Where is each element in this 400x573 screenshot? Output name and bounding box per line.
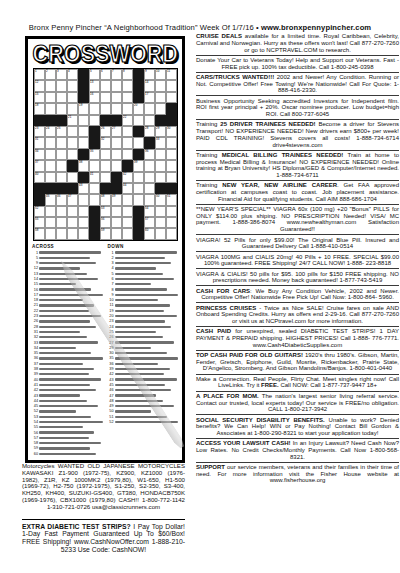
grid-cell[interactable] [45, 160, 56, 171]
clue-text-bar [115, 257, 166, 259]
grid-cell[interactable]: 36 [144, 149, 155, 160]
clue-number: 6 [108, 277, 114, 281]
grid-cell[interactable]: 40 [34, 172, 45, 183]
grid-cell[interactable] [78, 137, 89, 148]
grid-cell[interactable] [89, 160, 100, 171]
bold-text: CRUISE DEALS [196, 33, 242, 39]
text: Donate Your Car to Veterans Today! Help … [196, 57, 399, 70]
cell-number: 55 [35, 217, 38, 220]
classified-ad: CASH PAID for unexpired, sealed DIABETIC… [196, 327, 399, 351]
clue-text-bar [115, 278, 174, 280]
cell-number: 54 [145, 206, 148, 209]
clue-number: 39 [108, 367, 114, 371]
cell-number: 10 [156, 69, 159, 72]
classified-ad: SUPPORT our service members, veterans an… [196, 463, 399, 486]
grid-cell-black [133, 228, 144, 239]
grid-cell[interactable] [155, 92, 166, 103]
grid-cell-black [100, 115, 111, 126]
grid-cell[interactable]: 24 [45, 126, 56, 137]
grid-cell[interactable] [155, 217, 166, 228]
cell-number: 42 [123, 172, 126, 175]
grid-cell[interactable] [56, 172, 67, 183]
grid-cell[interactable] [111, 149, 122, 160]
grid-cell[interactable] [56, 217, 67, 228]
cell-number: 35 [90, 149, 93, 152]
bold-text: TOP CASH PAID FOR OLD GUITARS! [196, 352, 303, 358]
grid-cell[interactable] [89, 183, 100, 194]
grid-cell[interactable] [122, 103, 133, 114]
grid-cell[interactable] [155, 160, 166, 171]
grid-cell[interactable]: 15 [34, 92, 45, 103]
grid-cell[interactable]: 18 [34, 103, 45, 114]
grid-cell[interactable] [166, 206, 177, 217]
grid-cell[interactable]: 38 [78, 160, 89, 171]
grid-cell[interactable] [100, 80, 111, 91]
grid-cell[interactable] [78, 206, 89, 217]
classified-ad: TOP CASH PAID FOR OLD GUITARS! 1920's th… [196, 351, 399, 375]
clue-number: 34 [32, 346, 38, 350]
grid-cell[interactable]: 39 [133, 160, 144, 171]
grid-cell[interactable]: 13 [89, 80, 100, 91]
grid-cell[interactable]: 11 [166, 69, 177, 80]
bold-text: 25 DRIVER TRAINEES NEEDED! [220, 121, 315, 127]
grid-cell[interactable]: 4 [67, 69, 78, 80]
grid-cell-black [78, 69, 89, 80]
clue-number: 9 [32, 261, 38, 265]
cell-number: 47 [68, 194, 71, 197]
clue-text-bar [39, 421, 102, 423]
classified-ad: CRUISE DEALS available for a limited tim… [196, 32, 399, 56]
grid-cell[interactable]: 3 [56, 69, 67, 80]
crossword-box: CROSSWORD 123456789101112131415161718192… [25, 36, 185, 463]
cell-number: 17 [145, 92, 148, 95]
text: Motorcycles WANTED OLD JAPANESE MOTORCYC… [22, 462, 185, 510]
grid-cell[interactable] [166, 160, 177, 171]
clue-number: 2 [108, 256, 114, 260]
cell-number: 58 [35, 228, 38, 231]
grid-cell[interactable]: 6 [100, 69, 111, 80]
grid-cell[interactable] [56, 137, 67, 148]
grid-cell[interactable] [144, 183, 155, 194]
grid-cell-black [67, 160, 78, 171]
grid-cell[interactable] [122, 194, 133, 205]
classified-ad: Training MEDICAL BILLING TRAINEES NEEDED… [196, 151, 399, 181]
grid-cell[interactable] [166, 217, 177, 228]
grid-cell[interactable] [56, 160, 67, 171]
grid-cell[interactable] [67, 206, 78, 217]
bold-text: NEW YEAR, NEW AIRLINE CAREER [222, 182, 337, 188]
grid-cell[interactable] [122, 80, 133, 91]
cell-number: 19 [79, 103, 82, 106]
clue-text-bar [39, 431, 94, 433]
clue-text-bar [39, 378, 101, 380]
grid-cell[interactable]: 22 [122, 115, 133, 126]
grid-cell-black [166, 103, 177, 114]
bold-text: www.bronxpennypincher.com [261, 23, 371, 32]
grid-cell-black [78, 92, 89, 103]
grid-cell-black [89, 137, 100, 148]
grid-cell[interactable] [78, 115, 89, 126]
clue-number: 46 [108, 388, 114, 392]
classified-ad: VIAGRA 100MG and CIALIS 20mg! 40 Pills +… [196, 252, 399, 269]
grid-cell-black [111, 172, 122, 183]
crossword-title: CROSSWORD [33, 41, 178, 67]
grid-cell[interactable] [67, 80, 78, 91]
cell-number: 3 [57, 69, 59, 72]
bold-text: A PLACE FOR MOM. [196, 393, 259, 399]
clue-number: 36 [108, 362, 114, 366]
cell-number: 1 [35, 69, 37, 72]
clue-text-bar [115, 368, 170, 370]
cell-number: 8 [123, 69, 125, 72]
clue-number: 54 [32, 420, 38, 424]
grid-cell-black [45, 183, 56, 194]
bold-text: PRINCESS CRUISES [196, 305, 256, 311]
grid-cell[interactable] [111, 103, 122, 114]
grid-cell[interactable] [67, 217, 78, 228]
grid-cell[interactable] [155, 80, 166, 91]
grid-cell-black [133, 149, 144, 160]
grid-cell[interactable] [45, 80, 56, 91]
grid-cell-black [111, 183, 122, 194]
clue-text-bar [39, 394, 80, 396]
grid-cell[interactable]: 19 [78, 103, 89, 114]
clue-text-bar [39, 267, 80, 269]
grid-cell[interactable] [166, 149, 177, 160]
clue-text-bar [39, 283, 76, 285]
cell-number: 29 [156, 126, 159, 129]
grid-cell[interactable]: 58 [34, 228, 45, 239]
clue-number: 28 [32, 325, 38, 329]
grid-cell[interactable] [144, 194, 155, 205]
grid-cell[interactable] [111, 206, 122, 217]
grid-cell[interactable] [111, 228, 122, 239]
grid-cell[interactable] [111, 137, 122, 148]
clue-number: 7 [108, 282, 114, 286]
clue-number: 58 [32, 441, 38, 445]
clue-text-bar [39, 400, 87, 402]
grid-cell[interactable] [144, 160, 155, 171]
bold-text: CARS/TRUCKS WANTED!!! [196, 74, 274, 80]
grid-cell[interactable] [56, 103, 67, 114]
grid-cell[interactable]: 44 [122, 183, 133, 194]
grid-cell[interactable]: 23 [34, 126, 45, 137]
grid-cell[interactable]: 59 [100, 228, 111, 239]
grid-cell[interactable] [100, 92, 111, 103]
grid-cell[interactable]: 34 [34, 149, 45, 160]
clue-number: 41 [32, 383, 38, 387]
grid-cell[interactable] [111, 160, 122, 171]
grid-cell[interactable] [67, 172, 78, 183]
grid-cell[interactable] [155, 103, 166, 114]
clue-text-bar [115, 363, 159, 365]
clue-text-bar [39, 299, 83, 301]
grid-cell[interactable] [122, 92, 133, 103]
grid-cell[interactable] [155, 149, 166, 160]
clue-number: 44 [32, 399, 38, 403]
grid-cell[interactable] [67, 228, 78, 239]
cell-number: 40 [35, 172, 38, 175]
grid-cell-black [89, 217, 100, 228]
grid-cell[interactable]: 25 [56, 126, 67, 137]
grid-cell[interactable] [155, 228, 166, 239]
clue-text-bar [115, 288, 167, 290]
grid-cell[interactable] [100, 160, 111, 171]
cell-number: 50 [156, 194, 159, 197]
clue-number: 10 [108, 298, 114, 302]
clue-number: 4 [108, 266, 114, 270]
clue-number: 35 [108, 356, 114, 360]
grid-cell[interactable] [89, 115, 100, 126]
grid-cell[interactable]: 53 [100, 206, 111, 217]
crossword-grid: 1234567891011121314151617181920212223242… [33, 68, 178, 241]
grid-cell[interactable]: 2 [45, 69, 56, 80]
text: Bronx Penny Pincher “A Neighborhood Trad… [29, 23, 261, 32]
clue-number: 60 [32, 452, 38, 456]
grid-cell[interactable] [78, 228, 89, 239]
grid-cell[interactable]: 56 [100, 217, 111, 228]
grid-cell[interactable]: 20 [133, 103, 144, 114]
grid-cell[interactable]: 12 [34, 80, 45, 91]
clue-text-bar [115, 273, 163, 275]
grid-cell[interactable]: 16 [89, 92, 100, 103]
grid-cell[interactable]: 29 [155, 126, 166, 137]
cell-number: 36 [145, 149, 148, 152]
cell-number: 38 [79, 160, 82, 163]
grid-cell[interactable]: 1 [34, 69, 45, 80]
clue-number: 59 [32, 446, 38, 450]
grid-cell-black [34, 194, 45, 205]
grid-cell[interactable] [45, 217, 56, 228]
grid-cell[interactable]: 51 [166, 194, 177, 205]
clue-text-bar [39, 251, 101, 253]
cell-number: 57 [145, 217, 148, 220]
grid-cell[interactable]: 27 [111, 126, 122, 137]
grid-cell-black [111, 115, 122, 126]
grid-cell[interactable] [122, 206, 133, 217]
grid-cell[interactable] [67, 149, 78, 160]
masthead: Bronx Penny Pincher “A Neighborhood Trad… [0, 23, 400, 32]
grid-cell[interactable] [133, 194, 144, 205]
grid-cell[interactable]: 10 [155, 69, 166, 80]
grid-cell[interactable] [45, 228, 56, 239]
grid-cell-black [89, 126, 100, 137]
bold-text: EXTRA DIABETIC TEST STRIPS? [22, 523, 131, 530]
grid-cell[interactable] [45, 149, 56, 160]
cell-number: 26 [101, 126, 104, 129]
grid-cell[interactable] [56, 149, 67, 160]
text: VIAGRA & CIALIS! 50 pills for $95. 100 p… [196, 271, 399, 284]
grid-cell-black [155, 115, 166, 126]
grid-cell[interactable]: 55 [34, 217, 45, 228]
clue-number: 18 [32, 298, 38, 302]
grid-cell[interactable]: 46 [56, 194, 67, 205]
grid-cell[interactable] [100, 103, 111, 114]
grid-cell[interactable] [67, 92, 78, 103]
grid-cell[interactable]: 50 [155, 194, 166, 205]
grid-cell[interactable] [166, 137, 177, 148]
grid-cell-black [133, 206, 144, 217]
grid-cell[interactable] [111, 217, 122, 228]
grid-cell[interactable]: 37 [34, 160, 45, 171]
grid-cell[interactable] [78, 126, 89, 137]
bold-text: ACCESS YOUR LAWSUIT CASH! [196, 440, 291, 446]
grid-cell[interactable]: 14 [144, 80, 155, 91]
grid-cell[interactable] [45, 92, 56, 103]
grid-cell[interactable]: 32 [100, 137, 111, 148]
clue-text-bar [39, 405, 98, 407]
grid-cell[interactable]: 28 [144, 126, 155, 137]
grid-cell[interactable] [155, 206, 166, 217]
grid-cell[interactable] [56, 80, 67, 91]
grid-cell[interactable] [56, 92, 67, 103]
clue-text-bar [39, 326, 95, 328]
grid-cell[interactable]: 9 [144, 69, 155, 80]
grid-cell[interactable]: 26 [100, 126, 111, 137]
clue-text-bar [115, 294, 178, 296]
cell-number: 30 [167, 126, 170, 129]
cell-number: 21 [68, 115, 71, 118]
down-label: DOWN [108, 244, 179, 249]
clue-text-bar [115, 320, 166, 322]
bold-text: CASH FOR CARS [196, 288, 250, 294]
classified-ad: SOCIAL SECURITY DISABILITY BENEFITS. Una… [196, 415, 399, 439]
across-label: ACROSS [32, 244, 103, 249]
grid-cell[interactable] [67, 126, 78, 137]
classified-ad: Donate Your Car to Veterans Today! Help … [196, 56, 399, 73]
classified-ad: VIAGRA! 52 Pills for only $99.00! The Or… [196, 235, 399, 252]
grid-cell[interactable] [45, 137, 56, 148]
grid-cell[interactable] [67, 103, 78, 114]
grid-cell[interactable] [133, 115, 144, 126]
classified-ad: ACCESS YOUR LAWSUIT CASH! In an Injury L… [196, 439, 399, 463]
grid-cell[interactable] [111, 92, 122, 103]
clue-text-bar [115, 336, 163, 338]
cell-number: 41 [90, 172, 93, 175]
grid-cell[interactable] [144, 172, 155, 183]
grid-cell[interactable]: 60 [144, 228, 155, 239]
grid-cell[interactable] [45, 206, 56, 217]
clue-text-bar [39, 437, 88, 439]
grid-cell[interactable] [133, 183, 144, 194]
classified-ad: Training NEW YEAR, NEW AIRLINE CAREER. G… [196, 181, 399, 205]
grid-cell[interactable]: 30 [166, 126, 177, 137]
clue-text-bar [39, 320, 90, 322]
cell-number: 25 [57, 126, 60, 129]
grid-cell[interactable] [100, 172, 111, 183]
grid-cell-black [133, 80, 144, 91]
clue-number: 53 [32, 415, 38, 419]
grid-cell[interactable] [122, 217, 133, 228]
grid-cell[interactable]: 48 [100, 194, 111, 205]
grid-cell[interactable]: 33 [155, 137, 166, 148]
grid-cell[interactable]: 35 [89, 149, 100, 160]
clue-text-bar [39, 262, 95, 264]
cell-number: 24 [46, 126, 49, 129]
grid-cell[interactable] [111, 80, 122, 91]
grid-cell-black [45, 115, 56, 126]
cell-number: 60 [145, 228, 148, 231]
grid-cell[interactable] [45, 172, 56, 183]
grid-cell-black [56, 183, 67, 194]
clue-number: 26 [32, 319, 38, 323]
grid-cell[interactable] [133, 172, 144, 183]
clue-number: 15 [32, 282, 38, 286]
grid-cell[interactable]: 45 [45, 194, 56, 205]
clue-number: 16 [32, 288, 38, 292]
grid-cell[interactable] [122, 228, 133, 239]
grid-cell[interactable] [78, 194, 89, 205]
grid-cell-black [133, 126, 144, 137]
cell-number: 13 [90, 80, 93, 83]
grid-cell[interactable] [67, 137, 78, 148]
grid-cell[interactable] [155, 172, 166, 183]
grid-cell[interactable]: 41 [89, 172, 100, 183]
cell-number: 16 [90, 92, 93, 95]
grid-cell-black [89, 206, 100, 217]
clue-number: 5 [108, 272, 114, 276]
grid-cell[interactable] [56, 206, 67, 217]
grid-cell[interactable] [45, 103, 56, 114]
grid-cell[interactable] [166, 80, 177, 91]
clue-text-bar [39, 294, 102, 296]
grid-cell[interactable]: 49 [111, 194, 122, 205]
grid-cell[interactable]: 5 [89, 69, 100, 80]
grid-cell[interactable]: 54 [144, 206, 155, 217]
grid-cell[interactable]: 8 [122, 69, 133, 80]
cell-number: 56 [101, 217, 104, 220]
grid-cell[interactable]: 52 [34, 206, 45, 217]
text: Call NOW: Call 1-877-737-9447 18+ [279, 382, 377, 388]
grid-cell[interactable]: 47 [67, 194, 78, 205]
grid-cell[interactable] [89, 194, 100, 205]
grid-cell[interactable]: 7 [111, 69, 122, 80]
grid-cell[interactable] [144, 115, 155, 126]
grid-cell[interactable] [89, 103, 100, 114]
clue-number: 51 [108, 415, 114, 419]
grid-cell[interactable] [144, 103, 155, 114]
clue-number: 47 [108, 394, 114, 398]
grid-cell[interactable] [122, 137, 133, 148]
clue-number: 50 [108, 409, 114, 413]
grid-cell[interactable] [100, 149, 111, 160]
clue-number: 17 [32, 293, 38, 297]
grid-cell[interactable] [133, 137, 144, 148]
grid-cell-black [133, 217, 144, 228]
grid-cell[interactable] [166, 228, 177, 239]
clue-text-bar [39, 341, 98, 343]
grid-cell[interactable] [122, 149, 133, 160]
grid-cell[interactable] [122, 126, 133, 137]
clue-text-bar [39, 416, 91, 418]
grid-cell-black [56, 115, 67, 126]
grid-cell[interactable]: 42 [122, 172, 133, 183]
grid-cell[interactable] [166, 92, 177, 103]
clue-number: 40 [32, 378, 38, 382]
grid-cell[interactable]: 57 [144, 217, 155, 228]
clue-text-bar [115, 251, 177, 253]
newspaper-page: Bronx Penny Pincher “A Neighborhood Trad… [0, 0, 400, 573]
grid-cell[interactable]: 21 [67, 115, 78, 126]
grid-cell[interactable] [78, 217, 89, 228]
grid-cell[interactable]: 43 [78, 183, 89, 194]
cell-number: 20 [134, 103, 137, 106]
grid-cell-black [155, 183, 166, 194]
grid-cell[interactable]: 31 [34, 137, 45, 148]
grid-cell[interactable]: 17 [144, 92, 155, 103]
grid-cell[interactable] [56, 228, 67, 239]
grid-cell[interactable] [166, 172, 177, 183]
